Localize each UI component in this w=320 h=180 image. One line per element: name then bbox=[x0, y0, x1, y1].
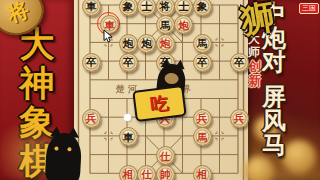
piece-glyph: 兵 bbox=[197, 113, 208, 123]
xiangqi-piece-red-帥[interactable]: 帥 bbox=[156, 165, 175, 180]
mouse-cursor-icon bbox=[103, 29, 114, 43]
piece-glyph: 卒 bbox=[123, 57, 134, 67]
xiangqi-piece-black-炮[interactable]: 炮 bbox=[137, 34, 156, 53]
xiangqi-piece-red-相[interactable]: 相 bbox=[193, 165, 212, 180]
main-title-char: 对 bbox=[262, 50, 286, 74]
black-cat-character bbox=[45, 132, 83, 180]
piece-glyph: 相 bbox=[197, 169, 208, 179]
piece-glyph: 卒 bbox=[234, 57, 245, 67]
piece-glyph: 士 bbox=[178, 1, 189, 11]
piece-glyph: 炮 bbox=[141, 38, 152, 48]
xiangqi-piece-black-車[interactable]: 車 bbox=[119, 127, 138, 146]
piece-glyph: 馬 bbox=[197, 38, 208, 48]
eat-capture-sticker: 吃 bbox=[132, 85, 186, 122]
piece-glyph: 馬 bbox=[197, 131, 208, 141]
xiangqi-piece-black-象[interactable]: 象 bbox=[119, 0, 138, 16]
xiangqi-piece-red-仕[interactable]: 仕 bbox=[156, 146, 175, 165]
piece-glyph: 兵 bbox=[234, 113, 245, 123]
xiangqi-piece-red-相[interactable]: 相 bbox=[119, 165, 138, 180]
channel-logo-badge: 三国 bbox=[299, 3, 319, 14]
xiangqi-piece-black-馬[interactable]: 馬 bbox=[156, 15, 175, 34]
piece-glyph: 象 bbox=[197, 1, 208, 11]
piece-glyph: 炮 bbox=[160, 38, 171, 48]
piece-glyph: 象 bbox=[123, 1, 134, 11]
decor-general-char: 将 bbox=[4, 0, 33, 29]
cat-eye bbox=[54, 147, 58, 151]
piece-glyph: 士 bbox=[141, 1, 152, 11]
video-thumbnail: 楚河 漢界 車象士将士象車馬炮炮炮炮馬卒卒卒卒卒兵兵兵兵車馬仕相仕帥相 大神象棋… bbox=[0, 0, 320, 180]
piece-glyph: 兵 bbox=[86, 113, 97, 123]
piece-glyph: 卒 bbox=[197, 57, 208, 67]
subtitle-char: 师 bbox=[248, 46, 260, 59]
xiangqi-piece-black-馬[interactable]: 馬 bbox=[193, 34, 212, 53]
xiangqi-piece-black-象[interactable]: 象 bbox=[193, 0, 212, 16]
xiangqi-piece-black-卒[interactable]: 卒 bbox=[119, 53, 138, 72]
piece-glyph: 馬 bbox=[160, 19, 171, 29]
mascot-face-patch bbox=[164, 72, 179, 84]
piece-glyph: 車 bbox=[123, 131, 134, 141]
piece-glyph: 将 bbox=[160, 1, 171, 11]
xiangqi-piece-red-兵[interactable]: 兵 bbox=[193, 109, 212, 128]
piece-glyph: 仕 bbox=[160, 150, 171, 160]
xiangqi-piece-black-車[interactable]: 車 bbox=[82, 0, 101, 16]
piece-glyph: 炮 bbox=[178, 19, 189, 29]
xiangqi-piece-black-士[interactable]: 士 bbox=[137, 0, 156, 16]
xiangqi-piece-black-卒[interactable]: 卒 bbox=[230, 53, 249, 72]
xiangqi-piece-black-炮[interactable]: 炮 bbox=[119, 34, 138, 53]
piece-glyph: 炮 bbox=[123, 38, 134, 48]
calligraphy-decor-char: 狮 bbox=[238, 0, 279, 44]
cat-eye bbox=[67, 147, 71, 151]
piece-glyph: 車 bbox=[86, 1, 97, 11]
piece-glyph: 仕 bbox=[141, 169, 152, 179]
xiangqi-piece-red-兵[interactable]: 兵 bbox=[82, 109, 101, 128]
piece-glyph: 帥 bbox=[160, 169, 171, 179]
xiangqi-piece-black-卒[interactable]: 卒 bbox=[82, 53, 101, 72]
xiangqi-piece-red-兵[interactable]: 兵 bbox=[230, 109, 249, 128]
xiangqi-piece-red-仕[interactable]: 仕 bbox=[137, 165, 156, 180]
piece-glyph: 卒 bbox=[86, 57, 97, 67]
main-title-char: 马 bbox=[262, 133, 286, 157]
xiangqi-piece-black-将[interactable]: 将 bbox=[156, 0, 175, 16]
eat-sticker-text: 吃 bbox=[149, 90, 170, 116]
gold-decor-blob bbox=[244, 156, 274, 180]
xiangqi-piece-red-炮[interactable]: 炮 bbox=[156, 34, 175, 53]
left-title-char: 神 bbox=[20, 63, 55, 102]
piece-glyph: 車 bbox=[104, 19, 115, 29]
xiangqi-piece-black-卒[interactable]: 卒 bbox=[193, 53, 212, 72]
xiangqi-piece-red-馬[interactable]: 馬 bbox=[193, 127, 212, 146]
xiangqi-piece-black-士[interactable]: 士 bbox=[174, 0, 193, 16]
move-marker-dot bbox=[124, 114, 131, 121]
piece-glyph: 相 bbox=[123, 169, 134, 179]
